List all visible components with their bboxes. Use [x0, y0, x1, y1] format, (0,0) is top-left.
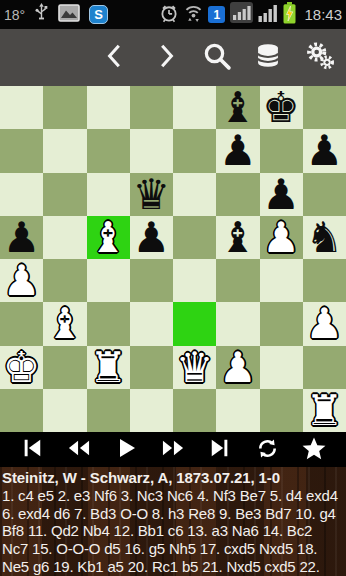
- playback-controls: [0, 432, 346, 467]
- chess-board: ♝♚♟♟♛♟♟♝♟♝♟♞♟♝♟♚♜♛♟♜: [0, 86, 346, 432]
- square-c8[interactable]: [87, 86, 130, 129]
- square-c5[interactable]: ♝: [87, 216, 130, 259]
- game-header: Steinitz, W - Schwarz, A, 1873.07.21, 1-…: [2, 468, 344, 487]
- signal-sim2-icon: [258, 3, 278, 27]
- square-c1[interactable]: [87, 389, 130, 432]
- square-g1[interactable]: [260, 389, 303, 432]
- square-d6[interactable]: ♛: [130, 173, 173, 216]
- square-b4[interactable]: [43, 259, 86, 302]
- fast-forward-button[interactable]: [156, 432, 190, 467]
- square-f6[interactable]: [216, 173, 259, 216]
- status-bar[interactable]: 18° S: [0, 0, 346, 29]
- piece-white-pawn: ♟: [262, 216, 300, 259]
- toolbar: [0, 29, 346, 86]
- piece-black-bishop: ♝: [219, 216, 257, 259]
- square-c6[interactable]: [87, 173, 130, 216]
- previous-game-button[interactable]: [89, 29, 140, 86]
- chevron-right-icon: [153, 39, 179, 76]
- piece-white-bishop: ♝: [46, 302, 84, 345]
- square-d4[interactable]: [130, 259, 173, 302]
- moves-text[interactable]: 1. c4 e5 2. e3 Nf6 3. Nc3 Nc6 4. Nf3 Be7…: [2, 487, 344, 576]
- skype-icon: S: [89, 5, 108, 24]
- square-d1[interactable]: [130, 389, 173, 432]
- signal-sim1-icon: [230, 2, 253, 27]
- chevron-left-icon: [102, 39, 128, 76]
- square-c7[interactable]: [87, 129, 130, 172]
- square-h2[interactable]: [303, 346, 346, 389]
- game-info-panel: Steinitz, W - Schwarz, A, 1873.07.21, 1-…: [0, 467, 346, 576]
- status-bar-left: 18° S: [4, 2, 108, 28]
- piece-black-pawn: ♟: [262, 173, 300, 216]
- square-a4[interactable]: ♟: [0, 259, 43, 302]
- piece-black-king: ♚: [262, 86, 300, 129]
- square-f2[interactable]: ♟: [216, 346, 259, 389]
- square-b1[interactable]: [43, 389, 86, 432]
- play-icon: [114, 436, 138, 463]
- square-b8[interactable]: [43, 86, 86, 129]
- square-e4[interactable]: [173, 259, 216, 302]
- skip-to-start-button[interactable]: [15, 432, 49, 467]
- square-b5[interactable]: [43, 216, 86, 259]
- piece-white-pawn: ♟: [219, 346, 257, 389]
- piece-white-queen: ♛: [176, 346, 214, 389]
- piece-white-bishop: ♝: [89, 216, 127, 259]
- clock-label: 18:43: [304, 6, 342, 23]
- database-button[interactable]: [242, 29, 293, 86]
- usb-icon: [34, 2, 49, 28]
- square-d3[interactable]: [130, 302, 173, 345]
- piece-black-queen: ♛: [133, 173, 171, 216]
- notification-count-badge: 1: [208, 6, 225, 23]
- gears-icon: [304, 41, 334, 74]
- favorite-star-button[interactable]: [297, 432, 331, 467]
- skip-to-end-icon: [208, 437, 232, 462]
- wifi-icon: [184, 2, 203, 27]
- square-g2[interactable]: [260, 346, 303, 389]
- square-h3[interactable]: ♟: [303, 302, 346, 345]
- skip-to-end-button[interactable]: [203, 432, 237, 467]
- square-g3[interactable]: [260, 302, 303, 345]
- fast-forward-icon: [160, 437, 186, 462]
- flip-sync-icon: [256, 437, 279, 463]
- square-e2[interactable]: ♛: [173, 346, 216, 389]
- piece-white-rook: ♜: [306, 389, 344, 432]
- square-d8[interactable]: [130, 86, 173, 129]
- square-e1[interactable]: [173, 389, 216, 432]
- status-bar-right: 1 18:43: [159, 2, 342, 28]
- moves-line-1[interactable]: 1. c4 e5 2. e3 Nf6 3. Nc3 Nc6 4. Nf3 Be7…: [2, 487, 344, 505]
- square-g8[interactable]: ♚: [260, 86, 303, 129]
- square-a2[interactable]: ♚: [0, 346, 43, 389]
- next-game-button[interactable]: [140, 29, 191, 86]
- moves-line-3[interactable]: Bf8 11. Qd2 Nb4 12. Bb1 c6 13. a3 Na6 14…: [2, 522, 344, 540]
- rewind-icon: [66, 437, 92, 462]
- square-a6[interactable]: [0, 173, 43, 216]
- square-a7[interactable]: [0, 129, 43, 172]
- square-c3[interactable]: [87, 302, 130, 345]
- battery-icon: [283, 2, 296, 28]
- alarm-icon: [159, 3, 179, 27]
- piece-black-pawn: ♟: [219, 129, 257, 172]
- square-e3[interactable]: [173, 302, 216, 345]
- square-d5[interactable]: ♟: [130, 216, 173, 259]
- square-f4[interactable]: [216, 259, 259, 302]
- square-b7[interactable]: [43, 129, 86, 172]
- gallery-icon: [58, 4, 80, 26]
- square-h8[interactable]: [303, 86, 346, 129]
- play-button[interactable]: [109, 432, 143, 467]
- square-a8[interactable]: [0, 86, 43, 129]
- piece-black-pawn: ♟: [306, 129, 344, 172]
- flip-sync-button[interactable]: [250, 432, 284, 467]
- square-h1[interactable]: ♜: [303, 389, 346, 432]
- square-f5[interactable]: ♝: [216, 216, 259, 259]
- square-a5[interactable]: ♟: [0, 216, 43, 259]
- database-icon: [254, 41, 282, 74]
- square-d7[interactable]: [130, 129, 173, 172]
- piece-black-pawn: ♟: [3, 216, 41, 259]
- piece-white-rook: ♜: [89, 346, 127, 389]
- square-f3[interactable]: [216, 302, 259, 345]
- piece-white-king: ♚: [3, 346, 41, 389]
- search-icon: [202, 41, 232, 74]
- square-a1[interactable]: [0, 389, 43, 432]
- square-g6[interactable]: ♟: [260, 173, 303, 216]
- square-b2[interactable]: [43, 346, 86, 389]
- square-a3[interactable]: [0, 302, 43, 345]
- moves-line-4[interactable]: Nc7 15. O-O-O d5 16. g5 Nh5 17. cxd5 Nxd…: [2, 540, 344, 558]
- piece-black-bishop: ♝: [219, 86, 257, 129]
- square-d2[interactable]: [130, 346, 173, 389]
- square-h4[interactable]: [303, 259, 346, 302]
- square-e7[interactable]: [173, 129, 216, 172]
- moves-line-5[interactable]: Ne5 g6 19. Kb1 a5 20. Rc1 b5 21. Nxd5 cx…: [2, 558, 344, 576]
- moves-line-2[interactable]: 6. exd4 d6 7. Bd3 O-O 8. h3 Re8 9. Be3 B…: [2, 505, 344, 523]
- square-c2[interactable]: ♜: [87, 346, 130, 389]
- square-b3[interactable]: ♝: [43, 302, 86, 345]
- piece-white-pawn: ♟: [3, 259, 41, 302]
- chess-app-screen: 18° S: [0, 0, 346, 576]
- square-e8[interactable]: [173, 86, 216, 129]
- piece-black-knight: ♞: [306, 216, 344, 259]
- square-h7[interactable]: ♟: [303, 129, 346, 172]
- skip-to-start-icon: [20, 437, 44, 462]
- square-b6[interactable]: [43, 173, 86, 216]
- square-h5[interactable]: ♞: [303, 216, 346, 259]
- piece-black-pawn: ♟: [133, 216, 171, 259]
- temperature-label: 18°: [4, 7, 25, 23]
- star-icon: [301, 436, 327, 464]
- square-g5[interactable]: ♟: [260, 216, 303, 259]
- square-f8[interactable]: ♝: [216, 86, 259, 129]
- rewind-button[interactable]: [62, 432, 96, 467]
- square-f7[interactable]: ♟: [216, 129, 259, 172]
- square-f1[interactable]: [216, 389, 259, 432]
- square-g4[interactable]: [260, 259, 303, 302]
- search-button[interactable]: [191, 29, 242, 86]
- piece-white-pawn: ♟: [306, 302, 344, 345]
- settings-button[interactable]: [293, 29, 344, 86]
- square-c4[interactable]: [87, 259, 130, 302]
- square-h6[interactable]: [303, 173, 346, 216]
- square-e5[interactable]: [173, 216, 216, 259]
- square-g7[interactable]: [260, 129, 303, 172]
- square-e6[interactable]: [173, 173, 216, 216]
